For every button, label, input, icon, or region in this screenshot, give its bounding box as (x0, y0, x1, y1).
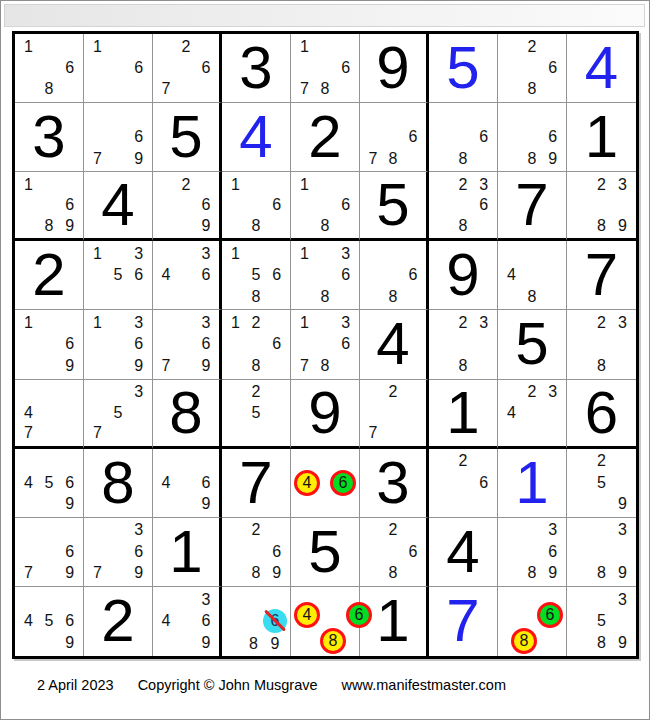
cell-r4c6[interactable]: 68 (360, 241, 429, 310)
candidate-digit: 6 (272, 196, 281, 214)
candidate-slot-8: 8 (244, 633, 263, 654)
candidate-digit-yellow-circled: 8 (511, 628, 537, 654)
candidate-slot-5 (383, 402, 403, 423)
candidate-slot-9 (612, 355, 633, 376)
candidate-grid: 3589 (567, 587, 636, 656)
candidate-digit: 8 (389, 564, 398, 582)
candidate-digit: 6 (65, 612, 74, 630)
candidate-slot-7 (432, 216, 453, 237)
given-digit: 4 (446, 522, 479, 582)
candidate-slot-1 (156, 451, 176, 472)
candidate-slot-2 (320, 451, 330, 470)
candidate-digit: 6 (479, 474, 488, 492)
candidate-slot-9 (128, 286, 149, 307)
cell-r5c1[interactable]: 169 (15, 310, 84, 379)
candidate-slot-1 (363, 382, 383, 403)
candidate-slot-2 (522, 105, 543, 126)
candidate-slot-8: 8 (383, 286, 403, 307)
candidate-digit-yellow-circled: 8 (320, 628, 346, 654)
candidate-slot-1 (156, 36, 176, 57)
candidate-digit-cyan-circled: 6 (263, 609, 287, 633)
footer: 2 April 2023 Copyright © John Musgrave w… (37, 677, 526, 693)
candidate-slot-4 (432, 126, 453, 147)
candidate-slot-1 (432, 174, 453, 195)
cell-r3c7[interactable]: 2368 (429, 172, 498, 241)
candidate-digit: 6 (479, 128, 488, 146)
cell-r5c9[interactable]: 238 (567, 310, 636, 379)
solved-digit: 5 (446, 38, 479, 98)
cell-r2c5[interactable]: 2 (291, 103, 360, 172)
candidate-digit: 5 (597, 612, 606, 630)
candidate-slot-6: 6 (335, 334, 356, 355)
candidate-grid: 1678 (291, 34, 359, 102)
cell-r3c5[interactable]: 168 (291, 172, 360, 241)
candidate-slot-4 (18, 57, 39, 78)
given-digit: 9 (308, 383, 341, 443)
candidate-slot-3 (196, 36, 216, 57)
candidate-slot-2: 2 (453, 174, 474, 195)
candidate-slot-9 (403, 423, 423, 444)
candidate-slot-2 (39, 312, 60, 333)
cell-r4c2[interactable]: 1356 (84, 241, 153, 310)
candidate-slot-3 (59, 36, 80, 57)
candidate-slot-7 (18, 355, 39, 376)
cell-r2c4[interactable]: 4 (222, 103, 291, 172)
cell-r3c8[interactable]: 7 (498, 172, 567, 241)
cell-r2c9[interactable]: 1 (567, 103, 636, 172)
candidate-slot-5 (511, 602, 537, 628)
given-digit: 7 (515, 175, 548, 235)
cell-r9c2[interactable]: 2 (84, 587, 153, 656)
candidate-slot-8 (108, 423, 129, 444)
candidate-slot-1 (363, 243, 383, 264)
candidate-slot-7 (156, 632, 176, 654)
candidate-digit: 9 (65, 564, 74, 582)
cell-r2c2[interactable]: 679 (84, 103, 153, 172)
candidate-grid: 389 (567, 518, 636, 586)
candidate-digit: 6 (272, 543, 281, 561)
cell-r6c5[interactable]: 9 (291, 380, 360, 449)
candidate-slot-5 (176, 334, 196, 355)
candidate-slot-5 (383, 541, 403, 562)
candidate-slot-8 (176, 355, 196, 376)
candidate-slot-8: 8 (591, 632, 612, 654)
candidate-slot-6 (612, 195, 633, 216)
candidate-grid: 689 (498, 103, 566, 171)
candidate-slot-2 (108, 36, 129, 57)
cell-r9c7[interactable]: 7 (429, 587, 498, 656)
sudoku-board: 1681626731678952684367954267868689116894… (12, 31, 639, 659)
candidate-digit: 6 (341, 196, 350, 214)
cell-r4c3[interactable]: 346 (153, 241, 222, 310)
candidate-slot-8: 8 (246, 286, 267, 307)
cell-r4c7[interactable]: 9 (429, 241, 498, 310)
candidate-grid: 68 (498, 587, 566, 656)
candidate-digit: 6 (272, 335, 281, 353)
candidate-slot-9: 9 (59, 216, 80, 237)
candidate-grid: 16 (84, 34, 152, 102)
candidate-slot-6: 6 (59, 611, 80, 633)
candidate-digit: 7 (369, 150, 378, 168)
cell-r1c1[interactable]: 168 (15, 34, 84, 103)
candidate-slot-9: 9 (612, 493, 633, 514)
candidate-digit: 9 (618, 495, 627, 513)
candidate-slot-8: 8 (383, 148, 403, 169)
cell-r5c8[interactable]: 5 (498, 310, 567, 379)
cell-r9c9[interactable]: 3589 (567, 587, 636, 656)
candidate-slot-6 (612, 334, 633, 355)
cell-r4c4[interactable]: 1568 (222, 241, 291, 310)
candidate-slot-1: 1 (294, 312, 315, 333)
candidate-digit: 4 (162, 474, 171, 492)
candidate-slot-2 (176, 589, 196, 611)
candidate-slot-7 (501, 148, 522, 169)
candidate-digit: 9 (548, 564, 557, 582)
candidate-slot-3 (542, 243, 563, 264)
cell-r1c2[interactable]: 16 (84, 34, 153, 103)
candidate-digit: 1 (24, 176, 33, 194)
candidate-slot-9 (335, 216, 356, 237)
cell-r3c1[interactable]: 1689 (15, 172, 84, 241)
cell-r8c6[interactable]: 268 (360, 518, 429, 587)
candidate-digit: 2 (389, 521, 398, 539)
cell-r1c6[interactable]: 9 (360, 34, 429, 103)
candidate-slot-5 (108, 541, 129, 562)
candidate-slot-9: 9 (196, 493, 216, 514)
candidate-slot-8: 8 (315, 79, 336, 100)
candidate-slot-5 (246, 334, 267, 355)
cell-r8c7[interactable]: 4 (429, 518, 498, 587)
candidate-slot-2 (108, 382, 129, 403)
cell-r9c8[interactable]: 68 (498, 587, 567, 656)
candidate-slot-4 (225, 541, 246, 562)
candidate-slot-6 (403, 402, 423, 423)
candidate-grid: 1369 (84, 310, 152, 378)
cell-r7c6[interactable]: 3 (360, 449, 429, 518)
candidate-digit: 9 (202, 217, 211, 235)
candidate-digit: 6 (65, 335, 74, 353)
cell-r5c6[interactable]: 4 (360, 310, 429, 379)
cell-r8c8[interactable]: 3689 (498, 518, 567, 587)
cell-r6c3[interactable]: 8 (153, 380, 222, 449)
candidate-slot-6 (128, 402, 149, 423)
candidate-grid: 168 (15, 34, 83, 102)
candidate-slot-6: 6 (542, 57, 563, 78)
candidate-slot-1 (156, 312, 176, 333)
candidate-slot-7 (570, 563, 591, 584)
candidate-slot-1 (570, 174, 591, 195)
cell-r7c7[interactable]: 26 (429, 449, 498, 518)
candidate-slot-7 (225, 423, 246, 444)
cell-r9c1[interactable]: 4569 (15, 587, 84, 656)
candidate-slot-4 (87, 402, 108, 423)
cell-r6c2[interactable]: 357 (84, 380, 153, 449)
candidate-slot-8: 8 (39, 79, 60, 100)
candidate-slot-2 (176, 451, 196, 472)
candidate-slot-5 (591, 541, 612, 562)
candidate-slot-6: 6 (59, 472, 80, 493)
candidate-digit: 7 (162, 357, 171, 375)
candidate-slot-2 (315, 174, 336, 195)
candidate-slot-5: 5 (39, 472, 60, 493)
candidate-digit: 2 (597, 452, 606, 470)
candidate-slot-8: 8 (522, 79, 543, 100)
candidate-slot-1: 1 (294, 36, 315, 57)
candidate-digit: 3 (618, 314, 627, 332)
cell-r7c8[interactable]: 1 (498, 449, 567, 518)
cell-r1c5[interactable]: 1678 (291, 34, 360, 103)
candidate-digit: 8 (321, 357, 330, 375)
candidate-slot-3: 3 (612, 520, 633, 541)
candidate-slot-9: 9 (196, 355, 216, 376)
given-digit: 5 (515, 314, 548, 374)
candidate-slot-2 (246, 174, 267, 195)
candidate-slot-4 (225, 609, 244, 633)
candidate-slot-7 (570, 493, 591, 514)
candidate-slot-4 (570, 541, 591, 562)
cell-r3c3[interactable]: 269 (153, 172, 222, 241)
cell-r7c9[interactable]: 259 (567, 449, 636, 518)
candidate-slot-2: 2 (522, 36, 543, 57)
cell-r8c1[interactable]: 679 (15, 518, 84, 587)
candidate-slot-7 (18, 493, 39, 514)
candidate-slot-5: 5 (39, 611, 60, 633)
cell-r6c6[interactable]: 27 (360, 380, 429, 449)
cell-r4c9[interactable]: 7 (567, 241, 636, 310)
candidate-slot-5 (39, 541, 60, 562)
candidate-slot-3 (403, 382, 423, 403)
candidate-slot-2: 2 (383, 520, 403, 541)
cell-r3c4[interactable]: 168 (222, 172, 291, 241)
candidate-slot-7 (432, 355, 453, 376)
candidate-slot-7 (225, 355, 246, 376)
candidate-slot-8: 8 (246, 563, 267, 584)
cell-r4c8[interactable]: 48 (498, 241, 567, 310)
candidate-slot-9: 9 (59, 563, 80, 584)
candidate-slot-1 (432, 451, 453, 472)
candidate-slot-8: 8 (522, 563, 543, 584)
candidate-slot-8 (108, 563, 129, 584)
candidate-slot-5 (315, 57, 336, 78)
cell-r5c7[interactable]: 238 (429, 310, 498, 379)
cell-r3c9[interactable]: 2389 (567, 172, 636, 241)
candidate-slot-5 (246, 541, 267, 562)
candidate-slot-1: 1 (87, 243, 108, 264)
candidate-digit: 7 (300, 357, 309, 375)
candidate-slot-9: 9 (266, 563, 287, 584)
candidate-grid: 469 (153, 449, 219, 517)
candidate-digit: 8 (597, 634, 606, 652)
candidate-slot-3: 3 (128, 520, 149, 541)
cell-r8c9[interactable]: 389 (567, 518, 636, 587)
candidate-slot-7 (501, 563, 522, 584)
candidate-slot-9 (266, 423, 287, 444)
candidate-slot-8 (176, 632, 196, 654)
candidate-slot-5 (176, 611, 196, 633)
candidate-slot-4 (294, 265, 315, 286)
cell-r4c5[interactable]: 1368 (291, 241, 360, 310)
candidate-slot-3: 3 (196, 312, 216, 333)
candidate-slot-1: 1 (18, 174, 39, 195)
candidate-digit: 2 (459, 314, 468, 332)
cell-r1c8[interactable]: 268 (498, 34, 567, 103)
candidate-grid: 48 (498, 241, 566, 309)
given-digit: 4 (101, 175, 134, 235)
candidate-slot-3 (335, 36, 356, 57)
candidate-digit: 3 (548, 521, 557, 539)
candidate-digit: 8 (321, 80, 330, 98)
candidate-slot-9 (542, 423, 563, 444)
cell-r3c2[interactable]: 4 (84, 172, 153, 241)
cell-r8c2[interactable]: 3679 (84, 518, 153, 587)
candidate-grid: 2689 (222, 518, 290, 586)
candidate-slot-7: 7 (87, 148, 108, 169)
candidate-slot-3 (59, 589, 80, 611)
candidate-slot-4 (87, 334, 108, 355)
candidate-digit-green-circled: 6 (346, 602, 372, 628)
cell-r5c4[interactable]: 1268 (222, 310, 291, 379)
candidate-slot-7 (18, 216, 39, 237)
cell-r7c2[interactable]: 8 (84, 449, 153, 518)
cell-r1c4[interactable]: 3 (222, 34, 291, 103)
candidate-slot-1 (570, 451, 591, 472)
candidate-slot-2 (39, 451, 60, 472)
cell-r7c4[interactable]: 7 (222, 449, 291, 518)
cell-r5c3[interactable]: 3679 (153, 310, 222, 379)
candidate-slot-7 (570, 355, 591, 376)
given-digit: 8 (169, 383, 202, 443)
candidate-slot-2: 2 (453, 312, 474, 333)
candidate-digit: 6 (134, 266, 143, 284)
candidate-slot-5: 5 (108, 402, 129, 423)
candidate-slot-3: 3 (612, 174, 633, 195)
cell-r6c1[interactable]: 47 (15, 380, 84, 449)
candidate-slot-6: 6 (59, 541, 80, 562)
candidate-digit: 7 (93, 564, 102, 582)
candidate-slot-6 (542, 402, 563, 423)
cell-r1c9[interactable]: 4 (567, 34, 636, 103)
cell-r2c3[interactable]: 5 (153, 103, 222, 172)
solved-digit: 4 (585, 38, 618, 98)
cell-r5c5[interactable]: 13678 (291, 310, 360, 379)
candidate-slot-1 (294, 589, 320, 602)
cell-r2c8[interactable]: 689 (498, 103, 567, 172)
given-digit: 2 (32, 245, 65, 305)
cell-r6c4[interactable]: 25 (222, 380, 291, 449)
cell-r7c1[interactable]: 4569 (15, 449, 84, 518)
candidate-digit: 2 (459, 176, 468, 194)
candidate-slot-6: 6 (542, 541, 563, 562)
cell-r4c1[interactable]: 2 (15, 241, 84, 310)
candidate-slot-2: 2 (383, 382, 403, 403)
footer-website: www.manifestmaster.com (342, 677, 506, 693)
cell-r6c9[interactable]: 6 (567, 380, 636, 449)
candidate-slot-5 (39, 402, 60, 423)
candidate-slot-8 (108, 286, 129, 307)
cell-r9c3[interactable]: 3469 (153, 587, 222, 656)
candidate-digit: 1 (231, 245, 240, 263)
cell-r7c5[interactable]: 46 (291, 449, 360, 518)
cell-r6c8[interactable]: 234 (498, 380, 567, 449)
candidate-slot-7 (87, 286, 108, 307)
cell-r8c5[interactable]: 5 (291, 518, 360, 587)
cell-r1c3[interactable]: 267 (153, 34, 222, 103)
candidate-grid: 4569 (15, 587, 83, 656)
candidate-slot-4 (432, 334, 453, 355)
cell-r8c3[interactable]: 1 (153, 518, 222, 587)
candidate-digit: 6 (134, 59, 143, 77)
candidate-slot-3: 3 (542, 382, 563, 403)
cell-r1c7[interactable]: 5 (429, 34, 498, 103)
candidate-grid: 268 (498, 34, 566, 102)
cell-r3c6[interactable]: 5 (360, 172, 429, 241)
candidate-grid: 47 (15, 380, 83, 446)
given-digit: 3 (239, 38, 272, 98)
candidate-slot-8 (39, 632, 60, 654)
candidate-digit: 3 (548, 383, 557, 401)
candidate-slot-4 (294, 195, 315, 216)
cell-r2c1[interactable]: 3 (15, 103, 84, 172)
candidate-slot-3 (196, 174, 216, 195)
candidate-slot-1 (570, 312, 591, 333)
candidate-slot-7 (294, 216, 315, 237)
candidate-slot-9: 9 (612, 563, 633, 584)
candidate-slot-9: 9 (128, 563, 149, 584)
candidate-slot-2 (39, 382, 60, 403)
candidate-slot-5 (522, 57, 543, 78)
cell-r2c6[interactable]: 678 (360, 103, 429, 172)
candidate-slot-5 (453, 334, 474, 355)
candidate-digit: 1 (300, 176, 309, 194)
candidate-slot-2 (315, 312, 336, 333)
candidate-grid: 68 (429, 103, 497, 171)
candidate-grid: 357 (84, 380, 152, 446)
candidate-slot-2 (591, 520, 612, 541)
candidate-slot-9: 9 (263, 633, 287, 654)
candidate-slot-5: 5 (591, 611, 612, 633)
candidate-slot-6: 6 (59, 334, 80, 355)
candidate-digit: 4 (162, 612, 171, 630)
candidate-slot-3 (330, 451, 356, 470)
candidate-digit: 9 (202, 634, 211, 652)
candidate-digit: 7 (300, 80, 309, 98)
cell-r8c4[interactable]: 2689 (222, 518, 291, 587)
cell-r7c3[interactable]: 469 (153, 449, 222, 518)
candidate-slot-4: 4 (501, 402, 522, 423)
candidate-slot-4: 4 (294, 602, 320, 628)
candidate-slot-4 (18, 195, 39, 216)
cell-r6c7[interactable]: 1 (429, 380, 498, 449)
cell-r9c4[interactable]: 689 (222, 587, 291, 656)
candidate-slot-3: 3 (612, 589, 633, 611)
given-digit: 7 (585, 245, 618, 305)
candidate-slot-7 (156, 286, 176, 307)
cell-r9c6[interactable]: 1 (360, 587, 429, 656)
candidate-grid: 169 (15, 310, 83, 378)
cell-r9c5[interactable]: 468 (291, 587, 360, 656)
candidate-slot-4 (363, 126, 383, 147)
candidate-digit: 3 (479, 314, 488, 332)
candidate-slot-4 (156, 334, 176, 355)
cell-r2c7[interactable]: 68 (429, 103, 498, 172)
candidate-digit: 8 (528, 288, 537, 306)
candidate-grid: 267 (153, 34, 219, 102)
candidate-slot-8 (246, 423, 267, 444)
candidate-slot-9 (542, 79, 563, 100)
cell-r5c2[interactable]: 1369 (84, 310, 153, 379)
footer-copyright: Copyright © John Musgrave (138, 677, 318, 693)
given-digit: 7 (239, 453, 272, 513)
